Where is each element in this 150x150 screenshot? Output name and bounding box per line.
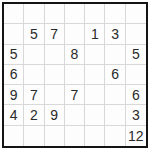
cell-r3c1[interactable]: 5 (4, 45, 24, 65)
cell-r7c4[interactable] (65, 126, 85, 146)
cell-r3c5[interactable] (85, 45, 105, 65)
cell-r3c2[interactable] (24, 45, 44, 65)
cell-r2c2[interactable]: 5 (24, 24, 44, 44)
cell-r6c6[interactable] (105, 105, 125, 125)
cell-r3c7[interactable]: 5 (126, 45, 146, 65)
cell-r4c1[interactable]: 6 (4, 65, 24, 85)
cell-r1c4[interactable] (65, 4, 85, 24)
cell-r3c3[interactable] (45, 45, 65, 65)
cell-r7c2[interactable] (24, 126, 44, 146)
cell-r6c4[interactable] (65, 105, 85, 125)
cell-r4c5[interactable] (85, 65, 105, 85)
cell-r7c1[interactable] (4, 126, 24, 146)
cell-r5c5[interactable] (85, 85, 105, 105)
cell-r1c7[interactable] (126, 4, 146, 24)
cell-r2c3[interactable]: 7 (45, 24, 65, 44)
cell-r7c5[interactable] (85, 126, 105, 146)
page-background: 5713585669776429312 (0, 0, 150, 150)
cell-r2c1[interactable] (4, 24, 24, 44)
cell-r6c3[interactable]: 9 (45, 105, 65, 125)
cell-r5c4[interactable]: 7 (65, 85, 85, 105)
cell-r4c7[interactable] (126, 65, 146, 85)
cell-r7c3[interactable] (45, 126, 65, 146)
sudoku-board: 5713585669776429312 (2, 2, 148, 148)
cell-r7c7[interactable]: 12 (126, 126, 146, 146)
cell-r5c1[interactable]: 9 (4, 85, 24, 105)
cell-r3c6[interactable] (105, 45, 125, 65)
cell-r6c5[interactable] (85, 105, 105, 125)
cell-r7c6[interactable] (105, 126, 125, 146)
cell-r6c1[interactable]: 4 (4, 105, 24, 125)
cell-r4c3[interactable] (45, 65, 65, 85)
cell-r4c4[interactable] (65, 65, 85, 85)
cell-r3c4[interactable]: 8 (65, 45, 85, 65)
cell-r4c6[interactable]: 6 (105, 65, 125, 85)
cell-r6c7[interactable]: 3 (126, 105, 146, 125)
cell-r2c6[interactable]: 3 (105, 24, 125, 44)
cell-r1c6[interactable] (105, 4, 125, 24)
cell-r2c5[interactable]: 1 (85, 24, 105, 44)
cell-r5c6[interactable] (105, 85, 125, 105)
cell-r2c7[interactable] (126, 24, 146, 44)
cell-r1c5[interactable] (85, 4, 105, 24)
cell-r4c2[interactable] (24, 65, 44, 85)
cell-r5c3[interactable] (45, 85, 65, 105)
cell-r1c1[interactable] (4, 4, 24, 24)
cell-r5c2[interactable]: 7 (24, 85, 44, 105)
cell-r5c7[interactable]: 6 (126, 85, 146, 105)
cell-r1c2[interactable] (24, 4, 44, 24)
cell-r1c3[interactable] (45, 4, 65, 24)
cell-r6c2[interactable]: 2 (24, 105, 44, 125)
cell-r2c4[interactable] (65, 24, 85, 44)
